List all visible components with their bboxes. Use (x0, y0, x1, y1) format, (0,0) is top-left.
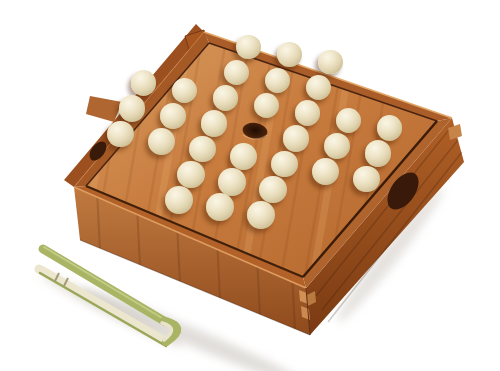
ball-c4-r4[interactable] (271, 151, 298, 178)
product-photo-scene (0, 0, 500, 371)
ball-c6-r2[interactable] (377, 115, 403, 141)
ball-c3-r1[interactable] (265, 68, 290, 93)
ball-c4-r0[interactable] (318, 50, 343, 75)
ball-c2-r4[interactable] (189, 136, 216, 163)
ball-c2-r3[interactable] (201, 110, 227, 136)
ball-c1-r3[interactable] (160, 103, 186, 129)
ball-c3-r4[interactable] (230, 143, 257, 170)
ball-c5-r3[interactable] (324, 133, 350, 159)
ball-c4-r2[interactable] (295, 100, 321, 126)
ball-c3-r5[interactable] (218, 168, 246, 196)
ball-c0-r4[interactable] (107, 121, 134, 148)
ball-c6-r3[interactable] (365, 140, 391, 166)
ball-c2-r5[interactable] (177, 161, 205, 189)
ball-c5-r4[interactable] (312, 158, 339, 185)
ball-c0-r3[interactable] (119, 95, 145, 121)
ball-c4-r5[interactable] (259, 176, 287, 204)
ball-c2-r0[interactable] (236, 35, 261, 60)
ball-c1-r4[interactable] (148, 128, 175, 155)
ball-c0-r2[interactable] (131, 70, 157, 96)
ball-c2-r2[interactable] (213, 85, 239, 111)
ball-c3-r0[interactable] (277, 42, 302, 67)
ball-c6-r4[interactable] (353, 166, 380, 193)
ball-c4-r3[interactable] (283, 125, 309, 151)
